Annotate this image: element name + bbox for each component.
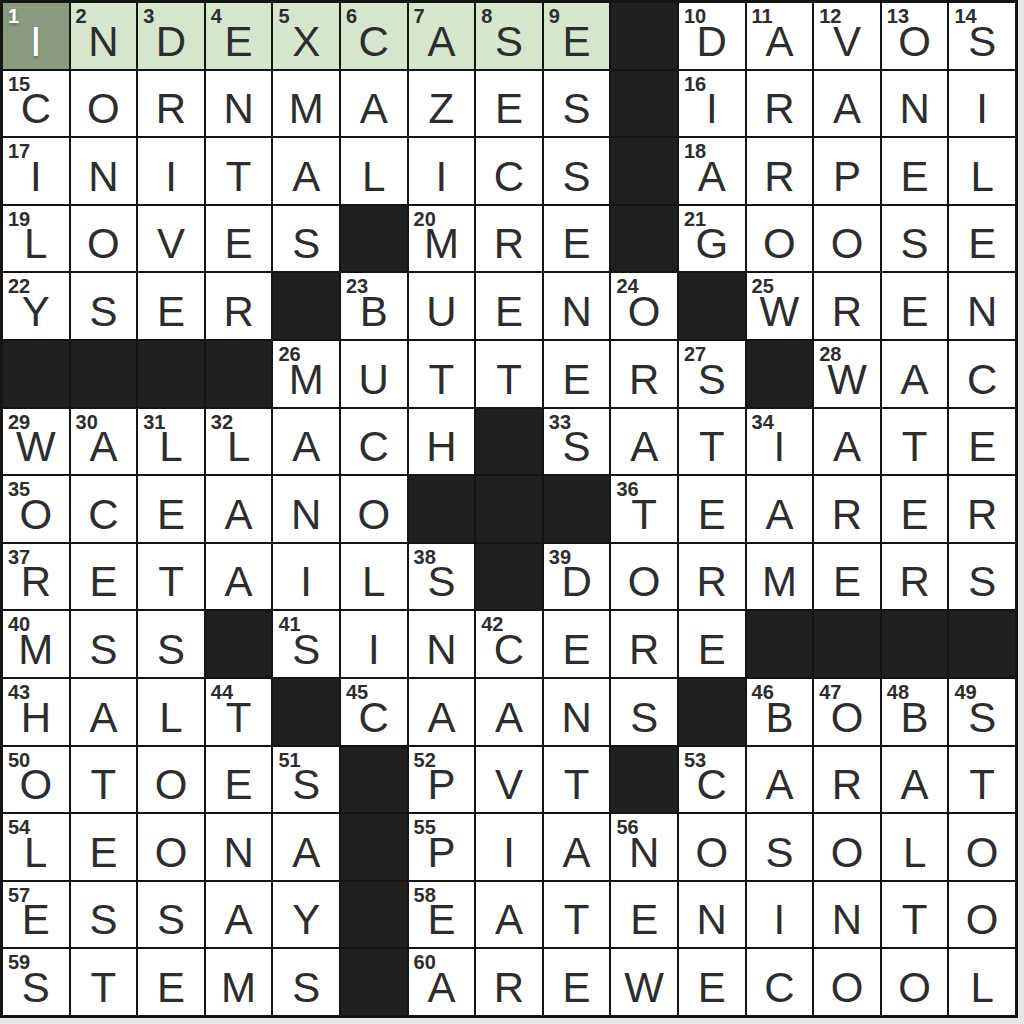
cell-r5c15[interactable]: N [949, 273, 1015, 339]
cell-r5c3[interactable]: E [138, 273, 204, 339]
cell-r14c7[interactable]: 58E [409, 882, 475, 948]
cell-r9c9[interactable]: 39D [544, 544, 610, 610]
cell-letter: T [544, 764, 610, 806]
cell-letter: R [3, 561, 69, 603]
cell-letter: N [71, 156, 137, 198]
cell-r6c10[interactable]: R [611, 341, 677, 407]
cell-r9c2[interactable]: E [71, 544, 137, 610]
cell-r5c9[interactable]: N [544, 273, 610, 339]
cell-r3c9[interactable]: S [544, 138, 610, 204]
cell-letter: N [544, 291, 610, 333]
cell-letter: A [882, 359, 948, 401]
cell-r4c11[interactable]: 21G [679, 206, 745, 272]
cell-letter: E [544, 21, 610, 63]
cell-letter: S [138, 629, 204, 671]
cell-r5c6[interactable]: 23B [341, 273, 407, 339]
cell-r6c15[interactable]: C [949, 341, 1015, 407]
cell-r8c1[interactable]: 35O [3, 476, 69, 542]
cell-r4c12[interactable]: O [747, 206, 813, 272]
cell-r10c1[interactable]: 40M [3, 611, 69, 677]
cell-r7c5[interactable]: A [273, 409, 339, 475]
cell-r1c12[interactable]: 11A [747, 3, 813, 69]
cell-r2c9[interactable]: S [544, 71, 610, 137]
cell-r4c7[interactable]: 20M [409, 206, 475, 272]
cell-letter: S [747, 832, 813, 874]
cell-letter: O [814, 832, 880, 874]
cell-r11c8[interactable]: A [476, 679, 542, 745]
cell-letter: T [409, 359, 475, 401]
cell-r8c5[interactable]: N [273, 476, 339, 542]
cell-r8c14[interactable]: E [882, 476, 948, 542]
cell-r14c14[interactable]: T [882, 882, 948, 948]
cell-r15c13[interactable]: O [814, 949, 880, 1015]
cell-r2c6[interactable]: A [341, 71, 407, 137]
cell-letter: I [3, 21, 69, 63]
cell-letter: R [949, 494, 1015, 536]
cell-letter: O [949, 899, 1015, 941]
cell-letter: S [949, 21, 1015, 63]
block-r10c4 [206, 611, 272, 677]
cell-r11c14[interactable]: 48B [882, 679, 948, 745]
cell-r13c5[interactable]: A [273, 814, 339, 880]
cell-letter: O [71, 88, 137, 130]
cell-r2c2[interactable]: O [71, 71, 137, 137]
cell-r2c13[interactable]: A [814, 71, 880, 137]
cell-r5c13[interactable]: R [814, 273, 880, 339]
cell-r7c11[interactable]: T [679, 409, 745, 475]
cell-r12c14[interactable]: A [882, 747, 948, 813]
cell-letter: C [679, 764, 745, 806]
cell-r15c7[interactable]: 60A [409, 949, 475, 1015]
cell-r10c7[interactable]: N [409, 611, 475, 677]
cell-r11c7[interactable]: A [409, 679, 475, 745]
cell-r2c8[interactable]: E [476, 71, 542, 137]
cell-r13c14[interactable]: L [882, 814, 948, 880]
block-r12c6 [341, 747, 407, 813]
cell-letter: M [3, 629, 69, 671]
cell-r10c10[interactable]: R [611, 611, 677, 677]
cell-letter: X [273, 21, 339, 63]
cell-r3c1[interactable]: 17I [3, 138, 69, 204]
cell-letter: B [747, 697, 813, 739]
cell-r1c3[interactable]: 3D [138, 3, 204, 69]
cell-r9c7[interactable]: 38S [409, 544, 475, 610]
cell-r1c4[interactable]: 4E [206, 3, 272, 69]
cell-r14c2[interactable]: S [71, 882, 137, 948]
cell-r12c15[interactable]: T [949, 747, 1015, 813]
cell-r7c9[interactable]: 33S [544, 409, 610, 475]
cell-letter: Y [273, 899, 339, 941]
cell-r12c5[interactable]: 51S [273, 747, 339, 813]
cell-letter: Z [409, 88, 475, 130]
cell-r9c5[interactable]: I [273, 544, 339, 610]
cell-r5c7[interactable]: U [409, 273, 475, 339]
cell-letter: S [544, 88, 610, 130]
block-r8c7 [409, 476, 475, 542]
block-r8c9 [544, 476, 610, 542]
cell-r12c7[interactable]: 52P [409, 747, 475, 813]
cell-r10c11[interactable]: E [679, 611, 745, 677]
cell-letter: A [544, 832, 610, 874]
cell-r13c4[interactable]: N [206, 814, 272, 880]
cell-letter: E [611, 899, 677, 941]
cell-letter: E [544, 629, 610, 671]
cell-r15c15[interactable]: L [949, 949, 1015, 1015]
cell-r1c14[interactable]: 13O [882, 3, 948, 69]
cell-r3c8[interactable]: C [476, 138, 542, 204]
cell-r10c6[interactable]: I [341, 611, 407, 677]
cell-letter: N [206, 832, 272, 874]
cell-r11c15[interactable]: 49S [949, 679, 1015, 745]
cell-r4c2[interactable]: O [71, 206, 137, 272]
cell-r7c2[interactable]: 30A [71, 409, 137, 475]
cell-r1c2[interactable]: 2N [71, 3, 137, 69]
cell-r5c10[interactable]: 24O [611, 273, 677, 339]
cell-letter: S [949, 561, 1015, 603]
cell-r9c14[interactable]: R [882, 544, 948, 610]
cell-r10c2[interactable]: S [71, 611, 137, 677]
cell-r3c2[interactable]: N [71, 138, 137, 204]
cell-r3c6[interactable]: L [341, 138, 407, 204]
cell-letter: I [409, 156, 475, 198]
cell-r4c4[interactable]: E [206, 206, 272, 272]
cell-letter: L [949, 156, 1015, 198]
cell-r11c1[interactable]: 43H [3, 679, 69, 745]
cell-letter: S [476, 21, 542, 63]
cell-r1c6[interactable]: 6C [341, 3, 407, 69]
cell-r6c6[interactable]: U [341, 341, 407, 407]
cell-letter: C [71, 494, 137, 536]
cell-letter: O [611, 561, 677, 603]
cell-letter: I [747, 426, 813, 468]
cell-r13c15[interactable]: O [949, 814, 1015, 880]
cell-r14c15[interactable]: O [949, 882, 1015, 948]
cell-letter: A [206, 494, 272, 536]
cell-letter: A [747, 494, 813, 536]
cell-letter: O [882, 967, 948, 1009]
cell-r13c11[interactable]: O [679, 814, 745, 880]
cell-r1c11[interactable]: 10D [679, 3, 745, 69]
cell-letter: A [611, 426, 677, 468]
cell-r15c12[interactable]: C [747, 949, 813, 1015]
cell-r5c8[interactable]: E [476, 273, 542, 339]
cell-letter: S [611, 697, 677, 739]
cell-letter: R [747, 156, 813, 198]
cell-r15c5[interactable]: S [273, 949, 339, 1015]
cell-r12c8[interactable]: V [476, 747, 542, 813]
cell-r13c3[interactable]: O [138, 814, 204, 880]
cell-letter: M [273, 88, 339, 130]
cell-letter: A [679, 156, 745, 198]
cell-r4c14[interactable]: S [882, 206, 948, 272]
cell-r12c2[interactable]: T [71, 747, 137, 813]
cell-letter: O [814, 223, 880, 265]
cell-r9c3[interactable]: T [138, 544, 204, 610]
cell-r15c14[interactable]: O [882, 949, 948, 1015]
cell-r11c13[interactable]: 47O [814, 679, 880, 745]
cell-r1c9[interactable]: 9E [544, 3, 610, 69]
cell-r5c14[interactable]: E [882, 273, 948, 339]
cell-letter: O [611, 291, 677, 333]
block-r15c6 [341, 949, 407, 1015]
cell-letter: I [138, 156, 204, 198]
cell-r2c1[interactable]: 15C [3, 71, 69, 137]
cell-r10c5[interactable]: 41S [273, 611, 339, 677]
cell-r7c12[interactable]: 34I [747, 409, 813, 475]
cell-r2c15[interactable]: I [949, 71, 1015, 137]
cell-letter: N [206, 88, 272, 130]
cell-letter: N [544, 697, 610, 739]
cell-r4c15[interactable]: E [949, 206, 1015, 272]
cell-letter: A [71, 426, 137, 468]
cell-letter: L [138, 697, 204, 739]
block-r6c12 [747, 341, 813, 407]
cell-r8c15[interactable]: R [949, 476, 1015, 542]
cell-letter: A [747, 21, 813, 63]
cell-letter: C [747, 967, 813, 1009]
cell-r12c4[interactable]: E [206, 747, 272, 813]
cell-r2c5[interactable]: M [273, 71, 339, 137]
cell-r4c13[interactable]: O [814, 206, 880, 272]
cell-r15c4[interactable]: M [206, 949, 272, 1015]
cell-r5c4[interactable]: R [206, 273, 272, 339]
cell-r11c4[interactable]: 44T [206, 679, 272, 745]
cell-r3c4[interactable]: T [206, 138, 272, 204]
cell-r14c3[interactable]: S [138, 882, 204, 948]
cell-r14c13[interactable]: N [814, 882, 880, 948]
cell-r4c1[interactable]: 19L [3, 206, 69, 272]
cell-r9c13[interactable]: E [814, 544, 880, 610]
cell-r13c2[interactable]: E [71, 814, 137, 880]
cell-r13c1[interactable]: 54L [3, 814, 69, 880]
cell-letter: S [273, 629, 339, 671]
cell-r13c8[interactable]: I [476, 814, 542, 880]
cell-r6c13[interactable]: 28W [814, 341, 880, 407]
cell-r4c3[interactable]: V [138, 206, 204, 272]
cell-r15c10[interactable]: W [611, 949, 677, 1015]
cell-letter: T [138, 561, 204, 603]
cell-r6c7[interactable]: T [409, 341, 475, 407]
cell-r7c10[interactable]: A [611, 409, 677, 475]
cell-r3c3[interactable]: I [138, 138, 204, 204]
cell-letter: E [814, 561, 880, 603]
cell-r4c9[interactable]: E [544, 206, 610, 272]
cell-letter: E [409, 899, 475, 941]
cell-r11c9[interactable]: N [544, 679, 610, 745]
cell-letter: N [273, 494, 339, 536]
cell-r6c8[interactable]: T [476, 341, 542, 407]
cell-r2c14[interactable]: N [882, 71, 948, 137]
cell-r12c12[interactable]: A [747, 747, 813, 813]
cell-letter: R [814, 291, 880, 333]
cell-r11c6[interactable]: 45C [341, 679, 407, 745]
cell-r1c1[interactable]: 1I [3, 3, 69, 69]
cell-letter: O [679, 832, 745, 874]
cell-r13c9[interactable]: A [544, 814, 610, 880]
cell-r3c15[interactable]: L [949, 138, 1015, 204]
cell-r15c9[interactable]: E [544, 949, 610, 1015]
cell-r14c5[interactable]: Y [273, 882, 339, 948]
cell-r15c8[interactable]: R [476, 949, 542, 1015]
cell-letter: O [814, 967, 880, 1009]
cell-r2c7[interactable]: Z [409, 71, 475, 137]
cell-r12c9[interactable]: T [544, 747, 610, 813]
cell-r7c14[interactable]: T [882, 409, 948, 475]
cell-r5c12[interactable]: 25W [747, 273, 813, 339]
block-r6c1 [3, 341, 69, 407]
cell-letter: V [138, 223, 204, 265]
cell-r7c7[interactable]: H [409, 409, 475, 475]
block-r11c11 [679, 679, 745, 745]
cell-letter: R [138, 88, 204, 130]
cell-r7c3[interactable]: 31L [138, 409, 204, 475]
cell-r7c15[interactable]: E [949, 409, 1015, 475]
cell-r3c12[interactable]: R [747, 138, 813, 204]
cell-letter: S [71, 629, 137, 671]
cell-r9c12[interactable]: M [747, 544, 813, 610]
cell-letter: P [409, 764, 475, 806]
cell-r11c2[interactable]: A [71, 679, 137, 745]
cell-r8c13[interactable]: R [814, 476, 880, 542]
cell-r8c2[interactable]: C [71, 476, 137, 542]
cell-letter: E [544, 223, 610, 265]
cell-r1c15[interactable]: 14S [949, 3, 1015, 69]
cell-r8c6[interactable]: O [341, 476, 407, 542]
cell-r7c13[interactable]: A [814, 409, 880, 475]
cell-r2c12[interactable]: R [747, 71, 813, 137]
cell-r2c11[interactable]: 16I [679, 71, 745, 137]
cell-r15c3[interactable]: E [138, 949, 204, 1015]
cell-r14c1[interactable]: 57E [3, 882, 69, 948]
cell-r14c8[interactable]: A [476, 882, 542, 948]
block-r6c2 [71, 341, 137, 407]
cell-r13c13[interactable]: O [814, 814, 880, 880]
cell-r10c9[interactable]: E [544, 611, 610, 677]
cell-r10c3[interactable]: S [138, 611, 204, 677]
cell-r9c15[interactable]: S [949, 544, 1015, 610]
cell-r6c11[interactable]: 27S [679, 341, 745, 407]
cell-r3c5[interactable]: A [273, 138, 339, 204]
cell-r9c4[interactable]: A [206, 544, 272, 610]
block-r10c15 [949, 611, 1015, 677]
cell-r11c10[interactable]: S [611, 679, 677, 745]
cell-r10c8[interactable]: 42C [476, 611, 542, 677]
cell-letter: O [949, 832, 1015, 874]
cell-r1c5[interactable]: 5X [273, 3, 339, 69]
cell-r12c13[interactable]: R [814, 747, 880, 813]
block-r3c10 [611, 138, 677, 204]
cell-r7c6[interactable]: C [341, 409, 407, 475]
cell-letter: E [679, 494, 745, 536]
cell-letter: D [544, 561, 610, 603]
cell-letter: A [273, 426, 339, 468]
cell-r14c4[interactable]: A [206, 882, 272, 948]
cell-letter: S [273, 967, 339, 1009]
cell-letter: O [138, 764, 204, 806]
cell-letter: S [273, 764, 339, 806]
cell-letter: A [409, 697, 475, 739]
cell-r3c7[interactable]: I [409, 138, 475, 204]
block-r13c6 [341, 814, 407, 880]
cell-letter: A [814, 88, 880, 130]
cell-r14c9[interactable]: T [544, 882, 610, 948]
cell-r7c4[interactable]: 32L [206, 409, 272, 475]
cell-r9c10[interactable]: O [611, 544, 677, 610]
cell-r8c11[interactable]: E [679, 476, 745, 542]
cell-r13c10[interactable]: 56N [611, 814, 677, 880]
cell-letter: L [3, 223, 69, 265]
cell-r5c1[interactable]: 22Y [3, 273, 69, 339]
cell-r1c13[interactable]: 12V [814, 3, 880, 69]
cell-letter: E [476, 88, 542, 130]
cell-r4c8[interactable]: R [476, 206, 542, 272]
cell-r3c13[interactable]: P [814, 138, 880, 204]
cell-letter: A [476, 697, 542, 739]
cell-r11c3[interactable]: L [138, 679, 204, 745]
cell-r13c12[interactable]: S [747, 814, 813, 880]
block-r4c10 [611, 206, 677, 272]
cell-r6c14[interactable]: A [882, 341, 948, 407]
cell-r8c4[interactable]: A [206, 476, 272, 542]
cell-r11c12[interactable]: 46B [747, 679, 813, 745]
cell-letter: I [476, 832, 542, 874]
cell-r8c10[interactable]: 36T [611, 476, 677, 542]
cell-letter: L [138, 426, 204, 468]
cell-r3c14[interactable]: E [882, 138, 948, 204]
cell-r3c11[interactable]: 18A [679, 138, 745, 204]
cell-letter: G [679, 223, 745, 265]
cell-r8c12[interactable]: A [747, 476, 813, 542]
cell-r15c2[interactable]: T [71, 949, 137, 1015]
cell-r13c7[interactable]: 55P [409, 814, 475, 880]
cell-letter: N [71, 21, 137, 63]
cell-r2c4[interactable]: N [206, 71, 272, 137]
cell-r8c3[interactable]: E [138, 476, 204, 542]
cell-r12c1[interactable]: 50O [3, 747, 69, 813]
cell-r1c8[interactable]: 8S [476, 3, 542, 69]
cell-letter: T [679, 426, 745, 468]
cell-letter: L [3, 832, 69, 874]
cell-r14c10[interactable]: E [611, 882, 677, 948]
cell-r9c6[interactable]: L [341, 544, 407, 610]
cell-letter: T [611, 494, 677, 536]
cell-r12c3[interactable]: O [138, 747, 204, 813]
cell-r5c2[interactable]: S [71, 273, 137, 339]
cell-r9c1[interactable]: 37R [3, 544, 69, 610]
cell-r4c5[interactable]: S [273, 206, 339, 272]
cell-r14c11[interactable]: N [679, 882, 745, 948]
cell-r14c12[interactable]: I [747, 882, 813, 948]
cell-letter: N [882, 88, 948, 130]
cell-letter: T [882, 426, 948, 468]
cell-letter: O [747, 223, 813, 265]
cell-r7c1[interactable]: 29W [3, 409, 69, 475]
cell-r12c11[interactable]: 53C [679, 747, 745, 813]
cell-r1c7[interactable]: 7A [409, 3, 475, 69]
cell-r15c11[interactable]: E [679, 949, 745, 1015]
cell-letter: W [611, 967, 677, 1009]
cell-letter: H [409, 426, 475, 468]
cell-r15c1[interactable]: 59S [3, 949, 69, 1015]
cell-letter: T [476, 359, 542, 401]
cell-r6c5[interactable]: 26M [273, 341, 339, 407]
cell-letter: A [882, 764, 948, 806]
cell-letter: S [71, 291, 137, 333]
cell-r6c9[interactable]: E [544, 341, 610, 407]
cell-r9c11[interactable]: R [679, 544, 745, 610]
cell-r2c3[interactable]: R [138, 71, 204, 137]
cell-letter: M [206, 967, 272, 1009]
